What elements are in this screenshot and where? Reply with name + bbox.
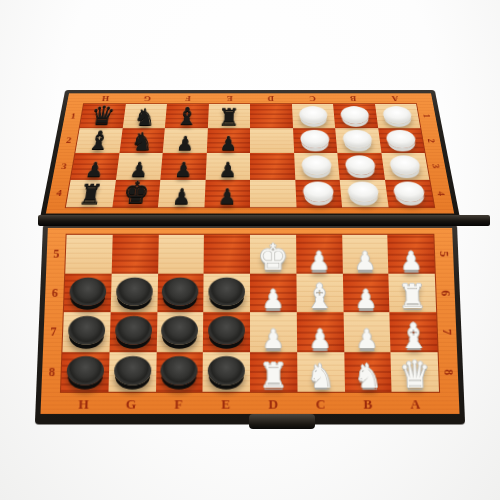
square-d8: [250, 352, 297, 392]
board-bottom-half: HGFEDCBA 5678 5678 ♚♟♟♟♟♝♟♜♟♟♟♝♜♞♞♛: [35, 224, 465, 425]
square-d4: [250, 179, 296, 207]
square-b8: [344, 352, 392, 392]
square-d5: [250, 235, 296, 273]
file-label-e: E: [203, 394, 250, 414]
square-b6: [342, 273, 389, 312]
square-d6: [250, 273, 297, 312]
square-h8: [61, 352, 109, 392]
square-f5: [158, 235, 205, 273]
file-label-f: F: [155, 394, 203, 414]
square-e3: [205, 153, 250, 179]
square-d1: [250, 104, 293, 128]
file-label-b: B: [332, 94, 374, 103]
square-g4: [112, 179, 160, 207]
board-top-face: HGFEDCBA 1234 1234 ♛♞♝♜♝♞♟♟♟♟♟♟♜♚♟♟: [46, 93, 454, 213]
square-f1: [165, 104, 209, 128]
square-f2: [163, 128, 208, 153]
square-b4: [340, 179, 388, 207]
square-h5: [65, 235, 112, 273]
rank-labels-bottom-right: 5678: [435, 235, 456, 392]
file-label-h: H: [60, 394, 108, 414]
square-c1: [292, 104, 336, 128]
square-d2: [250, 128, 294, 153]
square-a8: [391, 352, 439, 392]
square-a3: [381, 153, 429, 179]
rank-label-6: 6: [47, 273, 64, 312]
clasp-latch: [249, 414, 315, 429]
square-g8: [108, 352, 156, 392]
board-hinge: [38, 215, 490, 226]
square-h7: [62, 312, 110, 352]
file-label-a: A: [392, 394, 440, 414]
board-grid-bottom: [61, 235, 439, 392]
file-label-h: H: [84, 94, 127, 103]
square-f3: [160, 153, 206, 179]
file-label-b: B: [345, 394, 393, 414]
square-h4: [66, 179, 116, 207]
square-c8: [297, 352, 345, 392]
file-label-c: C: [297, 394, 345, 414]
square-c7: [297, 312, 344, 352]
square-b3: [337, 153, 384, 179]
square-h3: [71, 153, 119, 179]
square-a7: [390, 312, 438, 352]
square-b2: [335, 128, 381, 153]
square-f8: [155, 352, 203, 392]
square-c3: [294, 153, 340, 179]
file-label-g: G: [108, 394, 156, 414]
square-a6: [389, 273, 437, 312]
square-f6: [157, 273, 204, 312]
square-b5: [342, 235, 389, 273]
square-c5: [296, 235, 343, 273]
square-d3: [250, 153, 295, 179]
file-label-c: C: [291, 94, 333, 103]
folding-chess-checkers-board: HGFEDCBA 1234 1234 ♛♞♝♜♝♞♟♟♟♟♟♟♜♚♟♟ HGFE…: [38, 56, 462, 420]
square-e2: [206, 128, 250, 153]
product-photo-scene: HGFEDCBA 1234 1234 ♛♞♝♜♝♞♟♟♟♟♟♟♜♚♟♟ HGFE…: [0, 0, 500, 500]
square-c2: [293, 128, 338, 153]
square-a4: [384, 179, 434, 207]
file-label-d: D: [250, 94, 291, 103]
file-labels-top: HGFEDCBA: [84, 94, 416, 103]
square-d7: [250, 312, 297, 352]
square-g2: [119, 128, 165, 153]
square-e1: [207, 104, 250, 128]
square-f4: [158, 179, 205, 207]
square-a2: [378, 128, 425, 153]
square-h6: [64, 273, 112, 312]
square-b1: [333, 104, 378, 128]
square-g1: [122, 104, 167, 128]
square-b7: [343, 312, 391, 352]
square-e7: [203, 312, 250, 352]
file-label-g: G: [126, 94, 168, 103]
square-f7: [156, 312, 203, 352]
file-label-f: F: [167, 94, 209, 103]
square-g5: [111, 235, 158, 273]
square-g7: [109, 312, 157, 352]
rank-label-7: 7: [45, 312, 62, 352]
square-e6: [203, 273, 250, 312]
file-label-a: A: [373, 94, 416, 103]
board-grid-top: [66, 104, 434, 207]
square-c4: [295, 179, 342, 207]
square-h2: [75, 128, 122, 153]
board-bottom-face: HGFEDCBA 5678 5678 ♚♟♟♟♟♝♟♜♟♟♟♝♜♞♞♛: [40, 228, 459, 414]
file-label-d: D: [250, 394, 297, 414]
rank-label-8: 8: [43, 352, 60, 392]
square-g3: [116, 153, 163, 179]
square-c6: [296, 273, 343, 312]
board-top-half: HGFEDCBA 1234 1234 ♛♞♝♜♝♞♟♟♟♟♟♟♜♚♟♟: [40, 90, 460, 218]
rank-label-5: 5: [48, 235, 65, 273]
square-a1: [375, 104, 421, 128]
square-a5: [388, 235, 435, 273]
square-e8: [203, 352, 250, 392]
file-label-e: E: [209, 94, 250, 103]
square-e5: [204, 235, 250, 273]
file-labels-bottom: HGFEDCBA: [60, 394, 440, 414]
square-h1: [80, 104, 126, 128]
square-g6: [110, 273, 157, 312]
square-e4: [204, 179, 250, 207]
